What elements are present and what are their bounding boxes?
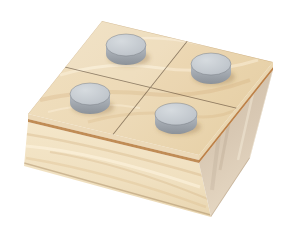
knob-back[interactable]	[106, 34, 150, 66]
knob-layer	[0, 0, 300, 239]
screenshot-root	[0, 0, 300, 239]
knob-right[interactable]	[191, 53, 235, 85]
knob-left[interactable]	[70, 83, 114, 115]
knob-front[interactable]	[155, 103, 201, 135]
